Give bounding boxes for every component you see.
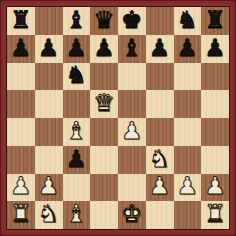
square-a7[interactable]: ♟ xyxy=(7,35,35,63)
square-h8[interactable]: ♜ xyxy=(201,7,229,35)
black-pawn[interactable]: ♟ xyxy=(38,36,60,60)
black-pawn[interactable]: ♟ xyxy=(149,36,171,60)
square-g4[interactable] xyxy=(174,118,202,146)
square-e1[interactable]: ♚ xyxy=(118,201,146,229)
square-f4[interactable] xyxy=(146,118,174,146)
square-f1[interactable] xyxy=(146,201,174,229)
square-b1[interactable]: ♞ xyxy=(35,201,63,229)
square-c5[interactable] xyxy=(63,90,91,118)
square-d4[interactable] xyxy=(90,118,118,146)
square-g5[interactable] xyxy=(174,90,202,118)
black-king[interactable]: ♚ xyxy=(121,8,143,32)
square-e8[interactable]: ♚ xyxy=(118,7,146,35)
white-queen[interactable]: ♛ xyxy=(93,91,115,115)
square-a3[interactable] xyxy=(7,146,35,174)
square-c1[interactable]: ♝ xyxy=(63,201,91,229)
square-c2[interactable] xyxy=(63,174,91,202)
square-h6[interactable] xyxy=(201,63,229,91)
square-h3[interactable] xyxy=(201,146,229,174)
square-b2[interactable]: ♟ xyxy=(35,174,63,202)
black-pawn[interactable]: ♟ xyxy=(10,36,32,60)
black-bishop[interactable]: ♝ xyxy=(66,8,88,32)
square-e2[interactable] xyxy=(118,174,146,202)
square-c7[interactable]: ♟ xyxy=(63,35,91,63)
square-h4[interactable] xyxy=(201,118,229,146)
square-g2[interactable]: ♟ xyxy=(174,174,202,202)
square-g7[interactable]: ♟ xyxy=(174,35,202,63)
square-c4[interactable]: ♝ xyxy=(63,118,91,146)
square-f5[interactable] xyxy=(146,90,174,118)
square-f6[interactable] xyxy=(146,63,174,91)
square-d8[interactable]: ♛ xyxy=(90,7,118,35)
white-bishop[interactable]: ♝ xyxy=(66,202,88,226)
white-pawn[interactable]: ♟ xyxy=(149,174,171,198)
square-c8[interactable]: ♝ xyxy=(63,7,91,35)
white-pawn[interactable]: ♟ xyxy=(10,174,32,198)
chess-board: ♜♝♛♚♞♜♟♟♟♟♝♟♟♟♞♛♝♟♟♞♟♟♟♟♟♜♞♝♚♜ xyxy=(7,7,229,229)
white-knight[interactable]: ♞ xyxy=(38,202,60,226)
square-d5[interactable]: ♛ xyxy=(90,90,118,118)
square-f2[interactable]: ♟ xyxy=(146,174,174,202)
square-e6[interactable] xyxy=(118,63,146,91)
square-h5[interactable] xyxy=(201,90,229,118)
black-bishop[interactable]: ♝ xyxy=(121,36,143,60)
white-pawn[interactable]: ♟ xyxy=(38,174,60,198)
square-d6[interactable] xyxy=(90,63,118,91)
square-a4[interactable] xyxy=(7,118,35,146)
white-pawn[interactable]: ♟ xyxy=(204,174,226,198)
black-pawn[interactable]: ♟ xyxy=(66,147,88,171)
white-rook[interactable]: ♜ xyxy=(204,202,226,226)
square-e7[interactable]: ♝ xyxy=(118,35,146,63)
square-a6[interactable] xyxy=(7,63,35,91)
square-b3[interactable] xyxy=(35,146,63,174)
square-f8[interactable] xyxy=(146,7,174,35)
square-d3[interactable] xyxy=(90,146,118,174)
square-e4[interactable]: ♟ xyxy=(118,118,146,146)
square-d2[interactable] xyxy=(90,174,118,202)
square-f7[interactable]: ♟ xyxy=(146,35,174,63)
white-pawn[interactable]: ♟ xyxy=(177,174,199,198)
black-rook[interactable]: ♜ xyxy=(10,8,32,32)
square-c6[interactable]: ♞ xyxy=(63,63,91,91)
black-queen[interactable]: ♛ xyxy=(93,8,115,32)
square-b4[interactable] xyxy=(35,118,63,146)
square-b8[interactable] xyxy=(35,7,63,35)
black-pawn[interactable]: ♟ xyxy=(204,36,226,60)
square-d7[interactable]: ♟ xyxy=(90,35,118,63)
square-h2[interactable]: ♟ xyxy=(201,174,229,202)
black-pawn[interactable]: ♟ xyxy=(93,36,115,60)
square-a1[interactable]: ♜ xyxy=(7,201,35,229)
black-rook[interactable]: ♜ xyxy=(204,8,226,32)
square-d1[interactable] xyxy=(90,201,118,229)
black-pawn[interactable]: ♟ xyxy=(66,36,88,60)
square-h1[interactable]: ♜ xyxy=(201,201,229,229)
black-knight[interactable]: ♞ xyxy=(66,63,88,87)
white-king[interactable]: ♚ xyxy=(121,202,143,226)
square-e3[interactable] xyxy=(118,146,146,174)
square-g1[interactable] xyxy=(174,201,202,229)
square-g6[interactable] xyxy=(174,63,202,91)
square-g8[interactable]: ♞ xyxy=(174,7,202,35)
square-b5[interactable] xyxy=(35,90,63,118)
white-knight[interactable]: ♞ xyxy=(149,147,171,171)
white-bishop[interactable]: ♝ xyxy=(66,119,88,143)
square-a5[interactable] xyxy=(7,90,35,118)
board-frame: ♜♝♛♚♞♜♟♟♟♟♝♟♟♟♞♛♝♟♟♞♟♟♟♟♟♜♞♝♚♜ xyxy=(0,0,236,236)
square-e5[interactable] xyxy=(118,90,146,118)
square-b6[interactable] xyxy=(35,63,63,91)
square-h7[interactable]: ♟ xyxy=(201,35,229,63)
white-pawn[interactable]: ♟ xyxy=(121,119,143,143)
black-knight[interactable]: ♞ xyxy=(177,8,199,32)
square-b7[interactable]: ♟ xyxy=(35,35,63,63)
white-rook[interactable]: ♜ xyxy=(10,202,32,226)
square-c3[interactable]: ♟ xyxy=(63,146,91,174)
square-g3[interactable] xyxy=(174,146,202,174)
square-a2[interactable]: ♟ xyxy=(7,174,35,202)
black-pawn[interactable]: ♟ xyxy=(177,36,199,60)
square-f3[interactable]: ♞ xyxy=(146,146,174,174)
square-a8[interactable]: ♜ xyxy=(7,7,35,35)
